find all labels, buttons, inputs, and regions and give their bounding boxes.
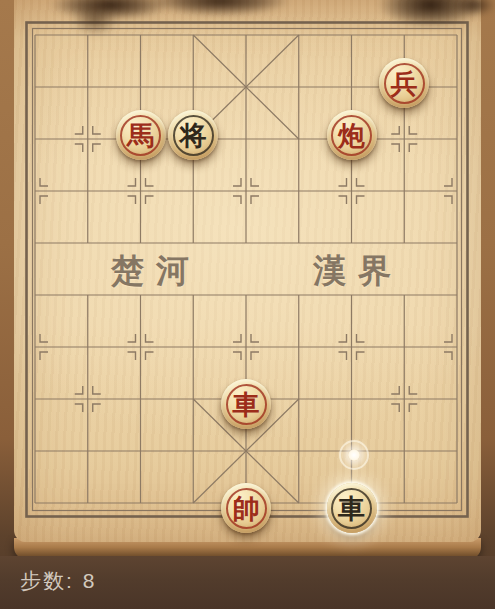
- move-counter-value: 8: [83, 569, 95, 593]
- piece-glyph: 帥: [233, 495, 260, 522]
- piece-black-chariot[interactable]: 車: [327, 483, 377, 533]
- piece-glyph: 兵: [391, 70, 418, 97]
- move-counter-label: 步数:: [20, 567, 74, 595]
- piece-glyph: 炮: [338, 122, 365, 149]
- piece-glyph: 将: [180, 122, 207, 149]
- move-origin-indicator: [348, 449, 360, 461]
- move-counter: 步数: 8: [20, 567, 95, 595]
- piece-red-soldier[interactable]: 兵: [379, 58, 429, 108]
- piece-glyph: 車: [338, 495, 365, 522]
- piece-red-chariot[interactable]: 車: [221, 379, 271, 429]
- piece-glyph: 車: [233, 391, 260, 418]
- piece-red-horse[interactable]: 馬: [116, 110, 166, 160]
- piece-black-general[interactable]: 将: [168, 110, 218, 160]
- status-bar: 步数: 8: [0, 556, 495, 609]
- piece-glyph: 馬: [127, 122, 154, 149]
- piece-red-general[interactable]: 帥: [221, 483, 271, 533]
- piece-red-cannon[interactable]: 炮: [327, 110, 377, 160]
